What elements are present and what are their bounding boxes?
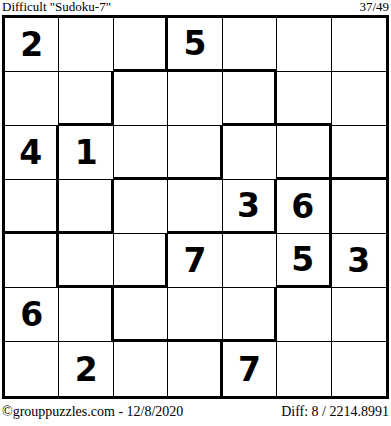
cell-r6c7 [332,288,386,342]
cell-r7c6 [277,342,331,396]
cell-r4c4 [168,180,222,234]
remaining-cells-count: 37/49 [359,0,389,14]
cell-r3c4 [168,126,222,180]
given-digit-r4c6: 6 [277,180,331,234]
puzzle-page: Difficult "Sudoku-7" 37/49 254136753627 … [0,0,391,426]
copyright-text: ©grouppuzzles.com - 12/8/2020 [2,404,183,420]
cell-r6c5 [223,288,277,342]
footer: ©grouppuzzles.com - 12/8/2020 Diff: 8 / … [2,404,389,420]
cell-r2c6 [277,72,331,126]
cell-r5c2 [59,234,113,288]
header: Difficult "Sudoku-7" 37/49 [2,0,389,14]
cell-r1c3 [114,18,168,72]
cell-r2c1 [5,72,59,126]
given-digit-r4c5: 3 [223,180,277,234]
cell-r2c4 [168,72,222,126]
cell-r6c2 [59,288,113,342]
cell-r4c1 [5,180,59,234]
cell-r3c7 [332,126,386,180]
cell-r3c3 [114,126,168,180]
given-digit-r5c7: 3 [332,234,386,288]
cell-r4c2 [59,180,113,234]
cell-r5c5 [223,234,277,288]
sudoku-board: 254136753627 [2,15,389,399]
cell-r1c7 [332,18,386,72]
given-digit-r3c2: 1 [59,126,113,180]
cell-r1c2 [59,18,113,72]
given-digit-r5c6: 5 [277,234,331,288]
cell-r4c3 [114,180,168,234]
cell-r1c5 [223,18,277,72]
puzzle-title: Difficult "Sudoku-7" [2,0,111,14]
given-digit-r7c2: 2 [59,342,113,396]
cell-r2c3 [114,72,168,126]
cell-r6c3 [114,288,168,342]
cell-r5c1 [5,234,59,288]
cell-r1c6 [277,18,331,72]
cell-r6c6 [277,288,331,342]
given-digit-r3c1: 4 [5,126,59,180]
given-digit-r7c5: 7 [223,342,277,396]
cell-r2c5 [223,72,277,126]
cell-r3c5 [223,126,277,180]
cell-r5c3 [114,234,168,288]
cell-r7c4 [168,342,222,396]
cell-r2c2 [59,72,113,126]
given-digit-r1c1: 2 [5,18,59,72]
difficulty-text: Diff: 8 / 2214.8991 [281,404,389,420]
given-digit-r5c4: 7 [168,234,222,288]
given-digit-r6c1: 6 [5,288,59,342]
cell-r4c7 [332,180,386,234]
cell-r7c7 [332,342,386,396]
cell-r6c4 [168,288,222,342]
cell-r3c6 [277,126,331,180]
cell-r7c1 [5,342,59,396]
cell-r2c7 [332,72,386,126]
given-digit-r1c4: 5 [168,18,222,72]
cell-r7c3 [114,342,168,396]
